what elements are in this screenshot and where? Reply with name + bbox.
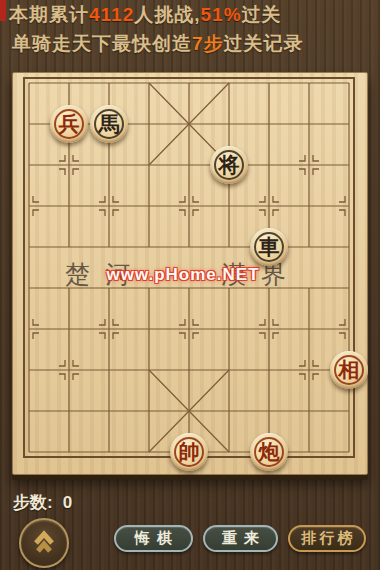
restart-button[interactable]: 重来 [203,525,278,552]
undo-button-label: 悔棋 [135,529,179,548]
piece-black-horse[interactable]: 馬 [90,105,128,143]
piece-glyph: 帥 [179,442,200,463]
piece-red-general[interactable]: 帥 [170,433,208,471]
piece-red-soldier[interactable]: 兵 [50,105,88,143]
step-counter: 步数:0 [13,491,72,514]
piece-glyph: 相 [339,360,360,381]
clipped-red-element [0,0,6,21]
piece-red-elephant[interactable]: 相 [330,351,368,389]
step-counter-value: 0 [63,493,72,512]
double-chevron-up-icon [29,528,59,558]
step-counter-label: 步数: [13,493,53,512]
undo-button[interactable]: 悔棋 [114,525,193,552]
piece-glyph: 車 [259,237,280,258]
stats-text: 过关 [242,4,282,25]
record-steps: 7步 [192,33,224,54]
xiangqi-app: 本期累计4112人挑战,51%过关 单骑走天下最快创造7步过关记录 楚河 漢界 … [0,0,380,570]
stats-text: 人挑战, [134,4,200,25]
piece-black-chariot[interactable]: 車 [250,228,288,266]
piece-glyph: 馬 [99,114,120,135]
stats-percent: 51% [201,4,242,25]
stats-count: 4112 [89,4,134,25]
scroll-up-button[interactable] [19,518,69,568]
piece-red-cannon[interactable]: 炮 [250,433,288,471]
xiangqi-board[interactable]: 楚河 漢界 www.pHome.NET 兵馬将車相帥炮 [12,72,368,475]
record-line: 单骑走天下最快创造7步过关记录 [12,31,304,57]
stats-text: 本期累计 [9,4,89,25]
pieces-layer: 兵馬将車相帥炮 [13,73,367,474]
record-text: 单骑走天下最快创造 [12,33,192,54]
piece-glyph: 炮 [259,442,280,463]
piece-glyph: 将 [219,155,240,176]
piece-black-general[interactable]: 将 [210,146,248,184]
challenge-stats-line: 本期累计4112人挑战,51%过关 [9,2,282,28]
record-text: 过关记录 [224,33,304,54]
leaderboard-button-label: 排行榜 [302,529,356,548]
leaderboard-button[interactable]: 排行榜 [288,525,366,552]
piece-glyph: 兵 [59,114,80,135]
restart-button-label: 重来 [222,529,266,548]
